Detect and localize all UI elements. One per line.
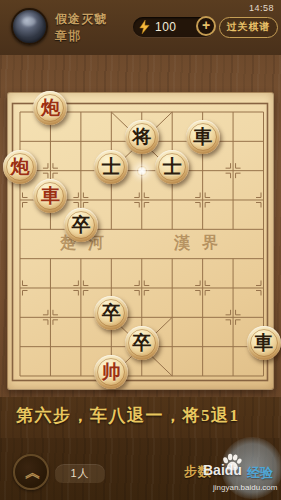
piece-black-chariot[interactable]: 車 <box>247 326 281 360</box>
watermark-brand: Baidu <box>203 462 242 478</box>
river-label-right: 漢界 <box>174 233 230 254</box>
piece-black-advisor[interactable]: 士 <box>155 150 189 184</box>
piece-character: 士 <box>163 154 182 180</box>
watermark-url: jingyan.baidu.com <box>213 483 277 492</box>
piece-black-chariot[interactable]: 車 <box>186 120 220 154</box>
piece-character: 帅 <box>102 359 121 385</box>
piece-black-general[interactable]: 将 <box>125 120 159 154</box>
watermark-suffix: 经验 <box>247 464 273 482</box>
piece-character: 将 <box>132 124 151 150</box>
players-tab[interactable]: 1人 <box>55 464 105 483</box>
move-annotation: 第六步，车八退一，将5退1 <box>16 404 240 427</box>
piece-red-cannon[interactable]: 炮 <box>33 91 67 125</box>
piece-character: 卒 <box>102 300 121 326</box>
chevron-up-icon: 《 <box>22 465 41 480</box>
piece-red-general[interactable]: 帅 <box>94 355 128 389</box>
piece-black-soldier[interactable]: 卒 <box>94 296 128 330</box>
piece-red-chariot[interactable]: 車 <box>33 179 67 213</box>
piece-character: 車 <box>41 183 60 209</box>
piece-black-soldier[interactable]: 卒 <box>64 208 98 242</box>
piece-character: 卒 <box>132 330 151 356</box>
piece-character: 炮 <box>11 154 30 180</box>
piece-character: 士 <box>102 154 121 180</box>
piece-character: 炮 <box>41 95 60 121</box>
piece-black-advisor[interactable]: 士 <box>94 150 128 184</box>
piece-black-soldier[interactable]: 卒 <box>125 326 159 360</box>
piece-red-cannon[interactable]: 炮 <box>3 150 37 184</box>
expand-button[interactable]: 《 <box>13 454 49 490</box>
piece-character: 車 <box>254 330 273 356</box>
piece-character: 卒 <box>71 212 90 238</box>
last-move-indicator <box>137 166 147 176</box>
piece-character: 車 <box>193 124 212 150</box>
